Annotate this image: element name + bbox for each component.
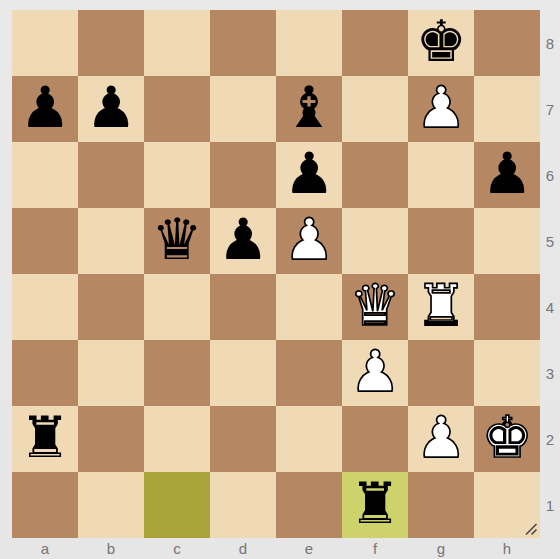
square-e4[interactable] (276, 274, 342, 340)
square-b6[interactable] (78, 142, 144, 208)
square-f3[interactable]: ♟ (342, 340, 408, 406)
black-pawn-piece: ♟ (217, 211, 268, 268)
rank-coordinates: 87654321 (540, 10, 560, 538)
white-pawn-piece: ♟ (349, 343, 400, 400)
square-a7[interactable]: ♟ (12, 76, 78, 142)
square-g5[interactable] (408, 208, 474, 274)
square-g8[interactable]: ♚ (408, 10, 474, 76)
square-a6[interactable] (12, 142, 78, 208)
square-a8[interactable] (12, 10, 78, 76)
square-d5[interactable]: ♟ (210, 208, 276, 274)
square-h5[interactable] (474, 208, 540, 274)
file-label-e: e (276, 538, 342, 559)
square-g2[interactable]: ♟ (408, 406, 474, 472)
file-label-b: b (78, 538, 144, 559)
square-d7[interactable] (210, 76, 276, 142)
square-g3[interactable] (408, 340, 474, 406)
square-h4[interactable] (474, 274, 540, 340)
rank-label-2: 2 (540, 406, 560, 472)
square-d8[interactable] (210, 10, 276, 76)
square-c2[interactable] (144, 406, 210, 472)
square-e1[interactable] (276, 472, 342, 538)
rank-label-7: 7 (540, 76, 560, 142)
square-c5[interactable]: ♛ (144, 208, 210, 274)
square-a2[interactable]: ♜ (12, 406, 78, 472)
white-queen-piece: ♛ (349, 277, 400, 334)
square-h3[interactable] (474, 340, 540, 406)
white-king-piece: ♚ (481, 409, 532, 466)
file-label-g: g (408, 538, 474, 559)
square-f8[interactable] (342, 10, 408, 76)
black-pawn-piece: ♟ (85, 79, 136, 136)
square-h7[interactable] (474, 76, 540, 142)
black-pawn-piece: ♟ (481, 145, 532, 202)
square-b3[interactable] (78, 340, 144, 406)
square-a5[interactable] (12, 208, 78, 274)
square-c7[interactable] (144, 76, 210, 142)
rank-label-1: 1 (540, 472, 560, 538)
square-e7[interactable]: ♝ (276, 76, 342, 142)
white-pawn-piece: ♟ (283, 211, 334, 268)
rank-label-8: 8 (540, 10, 560, 76)
square-d6[interactable] (210, 142, 276, 208)
square-d4[interactable] (210, 274, 276, 340)
square-a1[interactable] (12, 472, 78, 538)
file-label-f: f (342, 538, 408, 559)
square-d3[interactable] (210, 340, 276, 406)
rank-label-3: 3 (540, 340, 560, 406)
square-d1[interactable] (210, 472, 276, 538)
black-pawn-piece: ♟ (19, 79, 70, 136)
file-label-a: a (12, 538, 78, 559)
black-rook-piece: ♜ (19, 409, 70, 466)
square-e8[interactable] (276, 10, 342, 76)
square-b4[interactable] (78, 274, 144, 340)
black-rook-piece: ♜ (349, 475, 400, 532)
square-c8[interactable] (144, 10, 210, 76)
square-c4[interactable] (144, 274, 210, 340)
square-c3[interactable] (144, 340, 210, 406)
square-e5[interactable]: ♟ (276, 208, 342, 274)
square-f4[interactable]: ♛ (342, 274, 408, 340)
square-a4[interactable] (12, 274, 78, 340)
white-pawn-piece: ♟ (415, 409, 466, 466)
file-label-h: h (474, 538, 540, 559)
square-e6[interactable]: ♟ (276, 142, 342, 208)
square-g6[interactable] (408, 142, 474, 208)
square-c1[interactable] (144, 472, 210, 538)
board-resize-handle-icon[interactable] (523, 521, 538, 536)
black-queen-piece: ♛ (151, 211, 202, 268)
square-g1[interactable] (408, 472, 474, 538)
square-d2[interactable] (210, 406, 276, 472)
rank-label-5: 5 (540, 208, 560, 274)
square-b5[interactable] (78, 208, 144, 274)
white-pawn-piece: ♟ (415, 79, 466, 136)
file-label-d: d (210, 538, 276, 559)
white-rook-piece: ♜ (415, 277, 466, 334)
black-bishop-piece: ♝ (283, 79, 334, 136)
resize-diagonal-icon (523, 521, 538, 536)
black-pawn-piece: ♟ (283, 145, 334, 202)
square-h8[interactable] (474, 10, 540, 76)
square-g4[interactable]: ♜ (408, 274, 474, 340)
square-b1[interactable] (78, 472, 144, 538)
square-e3[interactable] (276, 340, 342, 406)
square-f2[interactable] (342, 406, 408, 472)
rank-label-4: 4 (540, 274, 560, 340)
square-h2[interactable]: ♚ (474, 406, 540, 472)
file-coordinates: abcdefgh (12, 538, 540, 559)
black-king-piece: ♚ (415, 13, 466, 70)
square-b8[interactable] (78, 10, 144, 76)
square-c6[interactable] (144, 142, 210, 208)
square-g7[interactable]: ♟ (408, 76, 474, 142)
file-label-c: c (144, 538, 210, 559)
square-f5[interactable] (342, 208, 408, 274)
chess-app-window: ♚♟♟♝♟♟♟♛♟♟♛♜♟♜♟♚♜ 87654321 abcdefgh (0, 0, 560, 559)
square-f1[interactable]: ♜ (342, 472, 408, 538)
square-e2[interactable] (276, 406, 342, 472)
square-b2[interactable] (78, 406, 144, 472)
square-f7[interactable] (342, 76, 408, 142)
square-h6[interactable]: ♟ (474, 142, 540, 208)
square-f6[interactable] (342, 142, 408, 208)
chess-board[interactable]: ♚♟♟♝♟♟♟♛♟♟♛♜♟♜♟♚♜ (12, 10, 540, 538)
rank-label-6: 6 (540, 142, 560, 208)
square-b7[interactable]: ♟ (78, 76, 144, 142)
square-a3[interactable] (12, 340, 78, 406)
